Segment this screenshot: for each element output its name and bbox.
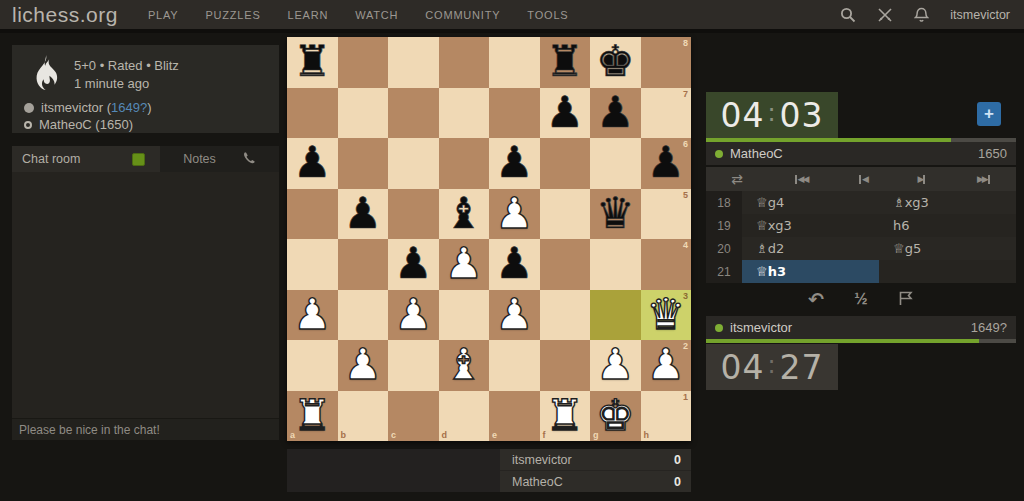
draw-offer-button[interactable]: ½: [854, 290, 867, 308]
score-row-black: MatheoC 0: [500, 470, 691, 492]
chat-messages: [12, 172, 279, 418]
nav-learn[interactable]: LEARN: [288, 9, 329, 21]
square-b4[interactable]: [338, 239, 389, 290]
square-e5[interactable]: ♟: [489, 189, 540, 240]
square-g1[interactable]: ♚g: [590, 391, 641, 442]
bell-icon[interactable]: [914, 7, 929, 23]
white-player-link[interactable]: itsmevictor (1649?): [41, 99, 152, 116]
square-c5[interactable]: [388, 189, 439, 240]
bottom-player-rating: 1649?: [971, 320, 1007, 335]
move-row: 18 ♕g4 ♗xg3: [706, 191, 1016, 214]
chess-board: ♜♜♚8♟♟7♟♟♟6♟♝♟♛5♟♟♟4♟♟♟♛3♟♝♟♟2♜abcde♜f♚g…: [287, 37, 691, 441]
square-e7[interactable]: [489, 88, 540, 139]
chat-input[interactable]: Please be nice in the chat!: [12, 418, 279, 440]
square-h7[interactable]: 7: [641, 88, 692, 139]
move-number: 18: [706, 191, 742, 214]
first-move-button[interactable]: ◀◀: [794, 174, 808, 184]
search-icon[interactable]: [840, 7, 856, 23]
white-pawn[interactable]: ♟: [489, 290, 540, 341]
square-h5[interactable]: 5: [641, 189, 692, 240]
square-e6[interactable]: ♟: [489, 138, 540, 189]
white-pawn[interactable]: ♟: [388, 290, 439, 341]
square-h2[interactable]: ♟2: [641, 340, 692, 391]
move-number: 21: [706, 260, 742, 283]
square-h1[interactable]: 1h: [641, 391, 692, 442]
move-18-white[interactable]: ♕g4: [742, 191, 879, 214]
square-g7[interactable]: ♟: [590, 88, 641, 139]
black-pawn[interactable]: ♟: [489, 138, 540, 189]
chat-toggle[interactable]: [132, 153, 145, 166]
square-b7[interactable]: [338, 88, 389, 139]
move-row: 21 ♕h3: [706, 260, 1016, 283]
nav-tools[interactable]: TOOLS: [527, 9, 568, 21]
prev-move-button[interactable]: ◀: [858, 174, 867, 184]
square-f2[interactable]: [540, 340, 591, 391]
file-label: f: [543, 430, 546, 440]
black-pawn[interactable]: ♟: [338, 189, 389, 240]
rank-label: 3: [683, 291, 688, 301]
square-a5[interactable]: [287, 189, 338, 240]
game-action-buttons: ↶ ½: [706, 282, 1016, 315]
square-e3[interactable]: ♟: [489, 290, 540, 341]
black-queen[interactable]: ♛: [590, 189, 641, 240]
white-bishop[interactable]: ♝: [439, 340, 490, 391]
move-18-black[interactable]: ♗xg3: [879, 191, 1016, 214]
top-nav: lichess.org PLAY PUZZLES LEARN WATCH COM…: [0, 0, 1024, 33]
black-rook[interactable]: ♜: [540, 37, 591, 88]
score-table: itsmevictor 0 MatheoC 0: [287, 449, 691, 492]
square-b8[interactable]: [338, 37, 389, 88]
move-21-black[interactable]: [879, 260, 1016, 283]
chat-panel: Chat room Notes Please be nice in the ch…: [12, 146, 279, 440]
square-h3[interactable]: ♛3: [641, 290, 692, 341]
square-b3[interactable]: [338, 290, 389, 341]
square-b1[interactable]: b: [338, 391, 389, 442]
square-g5[interactable]: ♛: [590, 189, 641, 240]
square-c1[interactable]: c: [388, 391, 439, 442]
move-21-white-current[interactable]: ♕h3: [742, 260, 879, 283]
logged-in-username[interactable]: itsmevictor: [950, 8, 1010, 22]
move-number: 19: [706, 214, 742, 237]
move-20-black[interactable]: ♕g5: [879, 237, 1016, 260]
square-a1[interactable]: ♜a: [287, 391, 338, 442]
square-g8[interactable]: ♚: [590, 37, 641, 88]
square-e2[interactable]: [489, 340, 540, 391]
takeback-button[interactable]: ↶: [808, 288, 824, 310]
square-d6[interactable]: [439, 138, 490, 189]
square-c4[interactable]: ♟: [388, 239, 439, 290]
square-d4[interactable]: ♟: [439, 239, 490, 290]
score-table-spacer: [287, 449, 500, 492]
rank-label: 2: [683, 341, 688, 351]
nav-play[interactable]: PLAY: [148, 9, 179, 21]
square-f5[interactable]: [540, 189, 591, 240]
top-clock: 04:03: [706, 92, 838, 138]
time-control-label: 5+0 • Rated • Blitz: [74, 57, 179, 75]
move-19-white[interactable]: ♕xg3: [742, 214, 879, 237]
top-clock-min: 04: [720, 96, 764, 135]
move-controls: ⇄ ◀◀ ◀ ▶ ▶▶: [706, 167, 1016, 191]
square-f8[interactable]: ♜: [540, 37, 591, 88]
rank-label: 6: [683, 139, 688, 149]
black-king[interactable]: ♚: [590, 37, 641, 88]
square-b6[interactable]: [338, 138, 389, 189]
white-pawn[interactable]: ♟: [489, 189, 540, 240]
black-bishop[interactable]: ♝: [439, 189, 490, 240]
bottom-clock-sec: 27: [780, 348, 824, 387]
black-player-link[interactable]: MatheoC (1650): [39, 116, 133, 133]
lichess-logo[interactable]: lichess.org: [12, 3, 118, 27]
white-pawn[interactable]: ♟: [287, 290, 338, 341]
tab-chat-room[interactable]: Chat room: [12, 146, 160, 172]
header-right: itsmevictor: [840, 7, 1010, 23]
top-player-name[interactable]: MatheoC: [730, 146, 783, 161]
move-20-white[interactable]: ♗d2: [742, 237, 879, 260]
square-b2[interactable]: ♟: [338, 340, 389, 391]
square-f1[interactable]: ♜f: [540, 391, 591, 442]
game-age-label: 1 minute ago: [74, 75, 179, 93]
bottom-player-name[interactable]: itsmevictor: [730, 320, 792, 335]
square-c7[interactable]: [388, 88, 439, 139]
black-pawn[interactable]: ♟: [590, 88, 641, 139]
white-pawn[interactable]: ♟: [439, 239, 490, 290]
black-pawn[interactable]: ♟: [489, 239, 540, 290]
white-rook[interactable]: ♜: [540, 391, 591, 442]
move-19-black[interactable]: h6: [879, 214, 1016, 237]
black-pawn[interactable]: ♟: [388, 239, 439, 290]
square-e4[interactable]: ♟: [489, 239, 540, 290]
square-d1[interactable]: d: [439, 391, 490, 442]
file-label: a: [290, 430, 295, 440]
tab-notes[interactable]: Notes: [160, 146, 279, 172]
last-move-button[interactable]: ▶▶: [977, 174, 991, 184]
square-h4[interactable]: 4: [641, 239, 692, 290]
black-color-disc: [24, 121, 32, 129]
black-pawn[interactable]: ♟: [287, 138, 338, 189]
bottom-time-bar-fill: [706, 339, 979, 343]
square-c3[interactable]: ♟: [388, 290, 439, 341]
blitz-flame-icon: [30, 55, 60, 93]
black-player-row: MatheoC (1650): [22, 116, 269, 133]
file-label: h: [644, 430, 650, 440]
resign-flag-button[interactable]: [898, 291, 914, 306]
white-pawn[interactable]: ♟: [590, 340, 641, 391]
top-player-rating: 1650: [978, 146, 1007, 161]
black-rook[interactable]: ♜: [287, 37, 338, 88]
square-g4[interactable]: [590, 239, 641, 290]
square-d8[interactable]: [439, 37, 490, 88]
square-a4[interactable]: [287, 239, 338, 290]
rank-label: 8: [683, 38, 688, 48]
file-label: g: [593, 430, 599, 440]
square-g3[interactable]: [590, 290, 641, 341]
move-list: 18 ♕g4 ♗xg3 19 ♕xg3 h6 20 ♗d2 ♕g5 21 ♕h3: [706, 191, 1016, 283]
bottom-player-row: itsmevictor 1649?: [706, 316, 1016, 339]
file-label: e: [492, 430, 497, 440]
flip-board-button[interactable]: ⇄: [731, 171, 743, 187]
rank-label: 5: [683, 190, 688, 200]
white-color-disc: [24, 103, 34, 113]
square-c2[interactable]: [388, 340, 439, 391]
white-score: 0: [674, 453, 681, 467]
phone-icon[interactable]: [242, 151, 256, 168]
file-label: c: [391, 430, 396, 440]
square-h6[interactable]: ♟6: [641, 138, 692, 189]
rank-label: 4: [683, 240, 688, 250]
square-h8[interactable]: 8: [641, 37, 692, 88]
file-label: b: [341, 430, 347, 440]
black-score: 0: [674, 475, 681, 489]
square-a3[interactable]: ♟: [287, 290, 338, 341]
square-d3[interactable]: [439, 290, 490, 341]
bottom-clock: 04:27: [706, 344, 838, 390]
game-info-panel: 5+0 • Rated • Blitz 1 minute ago itsmevi…: [12, 45, 279, 133]
black-pawn[interactable]: ♟: [540, 88, 591, 139]
white-player-row: itsmevictor (1649?): [22, 99, 269, 116]
nav-watch[interactable]: WATCH: [355, 9, 398, 21]
square-d7[interactable]: [439, 88, 490, 139]
square-a7[interactable]: [287, 88, 338, 139]
move-number: 20: [706, 237, 742, 260]
square-b5[interactable]: ♟: [338, 189, 389, 240]
online-dot: [715, 324, 723, 332]
square-f3[interactable]: [540, 290, 591, 341]
square-e8[interactable]: [489, 37, 540, 88]
square-f7[interactable]: ♟: [540, 88, 591, 139]
rank-label: 7: [683, 89, 688, 99]
square-f6[interactable]: [540, 138, 591, 189]
square-e1[interactable]: e: [489, 391, 540, 442]
main-menu: PLAY PUZZLES LEARN WATCH COMMUNITY TOOLS: [148, 9, 569, 21]
square-d5[interactable]: ♝: [439, 189, 490, 240]
challenge-swords-icon[interactable]: [877, 7, 893, 23]
square-a8[interactable]: ♜: [287, 37, 338, 88]
square-f4[interactable]: [540, 239, 591, 290]
move-row: 20 ♗d2 ♕g5: [706, 237, 1016, 260]
file-label: d: [442, 430, 448, 440]
online-dot: [715, 150, 723, 158]
top-player-row: MatheoC 1650: [706, 142, 1016, 165]
bottom-clock-min: 04: [720, 348, 764, 387]
square-a6[interactable]: ♟: [287, 138, 338, 189]
square-g2[interactable]: ♟: [590, 340, 641, 391]
lichess-game-page: lichess.org PLAY PUZZLES LEARN WATCH COM…: [0, 0, 1024, 501]
rank-label: 1: [683, 392, 688, 402]
nav-puzzles[interactable]: PUZZLES: [205, 9, 260, 21]
score-row-white: itsmevictor 0: [500, 449, 691, 470]
next-move-button[interactable]: ▶: [917, 174, 926, 184]
white-pawn[interactable]: ♟: [338, 340, 389, 391]
bottom-time-bar: [706, 339, 1016, 343]
give-time-button[interactable]: +: [977, 102, 1001, 126]
move-row: 19 ♕xg3 h6: [706, 214, 1016, 237]
square-c8[interactable]: [388, 37, 439, 88]
square-a2[interactable]: [287, 340, 338, 391]
nav-community[interactable]: COMMUNITY: [425, 9, 500, 21]
top-clock-sec: 03: [780, 96, 824, 135]
square-c6[interactable]: [388, 138, 439, 189]
square-d2[interactable]: ♝: [439, 340, 490, 391]
square-g6[interactable]: [590, 138, 641, 189]
